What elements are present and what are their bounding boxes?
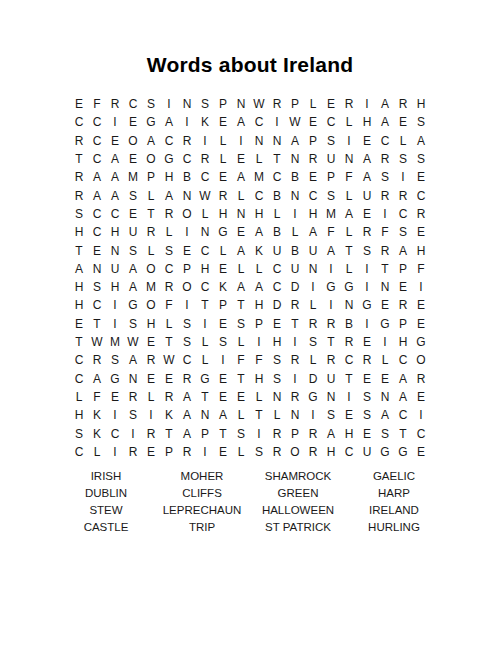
grid-cell[interactable]: U <box>358 443 376 461</box>
grid-cell[interactable]: S <box>358 388 376 406</box>
grid-cell[interactable]: R <box>268 95 286 113</box>
grid-cell[interactable]: C <box>70 351 88 369</box>
grid-cell[interactable]: E <box>358 369 376 387</box>
grid-cell[interactable]: L <box>196 205 214 223</box>
grid-cell[interactable]: A <box>376 406 394 424</box>
grid-cell[interactable]: P <box>160 443 178 461</box>
grid-cell[interactable]: A <box>124 351 142 369</box>
grid-cell[interactable]: K <box>214 278 232 296</box>
grid-cell[interactable]: S <box>232 315 250 333</box>
grid-cell[interactable]: O <box>178 205 196 223</box>
grid-cell[interactable]: A <box>412 132 430 150</box>
grid-cell[interactable]: T <box>70 241 88 259</box>
grid-cell[interactable]: L <box>340 260 358 278</box>
grid-cell[interactable]: S <box>322 186 340 204</box>
grid-cell[interactable]: N <box>250 132 268 150</box>
grid-cell[interactable]: N <box>340 150 358 168</box>
grid-cell[interactable]: I <box>340 388 358 406</box>
grid-cell[interactable]: C <box>88 150 106 168</box>
grid-cell[interactable]: N <box>88 260 106 278</box>
grid-cell[interactable]: P <box>178 260 196 278</box>
grid-cell[interactable]: T <box>322 333 340 351</box>
grid-cell[interactable]: N <box>178 95 196 113</box>
grid-cell[interactable]: C <box>394 406 412 424</box>
grid-cell[interactable]: N <box>232 95 250 113</box>
grid-cell[interactable]: H <box>412 95 430 113</box>
grid-cell[interactable]: L <box>232 443 250 461</box>
grid-cell[interactable]: R <box>142 424 160 442</box>
grid-cell[interactable]: W <box>286 113 304 131</box>
grid-cell[interactable]: C <box>196 241 214 259</box>
grid-cell[interactable]: R <box>394 95 412 113</box>
grid-cell[interactable]: N <box>286 186 304 204</box>
word-list-item[interactable]: STEW <box>58 501 154 518</box>
grid-cell[interactable]: P <box>394 315 412 333</box>
grid-cell[interactable]: O <box>124 132 142 150</box>
grid-cell[interactable]: N <box>286 406 304 424</box>
grid-cell[interactable]: U <box>124 223 142 241</box>
grid-cell[interactable]: E <box>232 150 250 168</box>
grid-cell[interactable]: N <box>286 150 304 168</box>
grid-cell[interactable]: R <box>70 132 88 150</box>
grid-cell[interactable]: C <box>178 150 196 168</box>
grid-cell[interactable]: U <box>268 241 286 259</box>
grid-cell[interactable]: E <box>412 315 430 333</box>
grid-cell[interactable]: E <box>358 132 376 150</box>
grid-cell[interactable]: B <box>286 168 304 186</box>
grid-cell[interactable]: W <box>196 186 214 204</box>
grid-cell[interactable]: H <box>322 443 340 461</box>
grid-cell[interactable]: C <box>196 278 214 296</box>
grid-cell[interactable]: M <box>142 278 160 296</box>
grid-cell[interactable]: L <box>340 223 358 241</box>
grid-cell[interactable]: C <box>250 186 268 204</box>
grid-cell[interactable]: C <box>340 351 358 369</box>
grid-cell[interactable]: L <box>232 186 250 204</box>
grid-cell[interactable]: S <box>394 223 412 241</box>
grid-cell[interactable]: B <box>178 168 196 186</box>
grid-cell[interactable]: A <box>88 369 106 387</box>
grid-cell[interactable]: C <box>394 351 412 369</box>
grid-cell[interactable]: E <box>106 388 124 406</box>
grid-cell[interactable]: E <box>214 113 232 131</box>
grid-cell[interactable]: P <box>196 424 214 442</box>
grid-cell[interactable]: E <box>178 241 196 259</box>
grid-cell[interactable]: R <box>178 443 196 461</box>
grid-cell[interactable]: I <box>160 95 178 113</box>
grid-cell[interactable]: F <box>88 95 106 113</box>
grid-cell[interactable]: S <box>160 241 178 259</box>
grid-cell[interactable]: R <box>412 205 430 223</box>
grid-cell[interactable]: W <box>160 351 178 369</box>
grid-cell[interactable]: N <box>124 369 142 387</box>
grid-cell[interactable]: C <box>178 351 196 369</box>
grid-cell[interactable]: C <box>106 205 124 223</box>
grid-cell[interactable]: N <box>304 260 322 278</box>
grid-cell[interactable]: G <box>214 223 232 241</box>
grid-cell[interactable]: A <box>358 150 376 168</box>
grid-cell[interactable]: S <box>196 95 214 113</box>
grid-cell[interactable]: T <box>340 241 358 259</box>
grid-cell[interactable]: I <box>286 333 304 351</box>
grid-cell[interactable]: G <box>376 315 394 333</box>
grid-cell[interactable]: L <box>232 333 250 351</box>
grid-cell[interactable]: R <box>394 186 412 204</box>
grid-cell[interactable]: C <box>268 168 286 186</box>
grid-cell[interactable]: P <box>322 168 340 186</box>
grid-cell[interactable]: H <box>106 278 124 296</box>
grid-cell[interactable]: H <box>160 168 178 186</box>
grid-cell[interactable]: R <box>142 351 160 369</box>
grid-cell[interactable]: S <box>70 205 88 223</box>
grid-cell[interactable]: A <box>88 168 106 186</box>
grid-cell[interactable]: R <box>106 95 124 113</box>
grid-cell[interactable]: A <box>232 168 250 186</box>
grid-cell[interactable]: A <box>358 168 376 186</box>
word-list-item[interactable]: LEPRECHAUN <box>154 501 250 518</box>
grid-cell[interactable]: S <box>88 278 106 296</box>
grid-cell[interactable]: P <box>214 95 232 113</box>
grid-cell[interactable]: O <box>142 296 160 314</box>
grid-cell[interactable]: C <box>88 223 106 241</box>
grid-cell[interactable]: A <box>394 388 412 406</box>
grid-cell[interactable]: L <box>340 113 358 131</box>
grid-cell[interactable]: L <box>88 443 106 461</box>
grid-cell[interactable]: S <box>358 241 376 259</box>
grid-cell[interactable]: L <box>142 388 160 406</box>
grid-cell[interactable]: E <box>412 223 430 241</box>
grid-cell[interactable]: A <box>376 113 394 131</box>
grid-cell[interactable]: A <box>250 278 268 296</box>
grid-cell[interactable]: T <box>196 388 214 406</box>
grid-cell[interactable]: U <box>322 369 340 387</box>
grid-cell[interactable]: A <box>160 113 178 131</box>
grid-cell[interactable]: A <box>178 424 196 442</box>
grid-cell[interactable]: I <box>196 315 214 333</box>
grid-cell[interactable]: E <box>304 168 322 186</box>
grid-cell[interactable]: I <box>394 168 412 186</box>
grid-cell[interactable]: F <box>250 351 268 369</box>
grid-cell[interactable]: R <box>340 95 358 113</box>
word-list-item[interactable]: HALLOWEEN <box>250 501 346 518</box>
grid-cell[interactable]: L <box>340 186 358 204</box>
grid-cell[interactable]: A <box>304 223 322 241</box>
grid-cell[interactable]: R <box>196 150 214 168</box>
word-list-item[interactable]: HURLING <box>346 518 442 535</box>
grid-cell[interactable]: N <box>268 388 286 406</box>
grid-cell[interactable]: L <box>268 205 286 223</box>
grid-cell[interactable]: L <box>214 150 232 168</box>
grid-cell[interactable]: S <box>412 113 430 131</box>
grid-cell[interactable]: G <box>358 296 376 314</box>
grid-cell[interactable]: T <box>286 315 304 333</box>
grid-cell[interactable]: E <box>232 223 250 241</box>
grid-cell[interactable]: O <box>178 278 196 296</box>
grid-cell[interactable]: F <box>88 388 106 406</box>
grid-cell[interactable]: P <box>286 424 304 442</box>
grid-cell[interactable]: E <box>394 113 412 131</box>
grid-cell[interactable]: U <box>322 150 340 168</box>
grid-cell[interactable]: A <box>178 388 196 406</box>
grid-cell[interactable]: A <box>286 132 304 150</box>
grid-cell[interactable]: E <box>70 315 88 333</box>
grid-cell[interactable]: T <box>232 369 250 387</box>
grid-cell[interactable]: L <box>196 333 214 351</box>
grid-cell[interactable]: R <box>376 186 394 204</box>
grid-cell[interactable]: G <box>394 443 412 461</box>
grid-cell[interactable]: C <box>394 205 412 223</box>
grid-cell[interactable]: H <box>70 296 88 314</box>
grid-cell[interactable]: T <box>88 315 106 333</box>
grid-cell[interactable]: H <box>70 406 88 424</box>
grid-cell[interactable]: I <box>412 406 430 424</box>
grid-cell[interactable]: I <box>358 95 376 113</box>
grid-cell[interactable]: F <box>322 223 340 241</box>
grid-cell[interactable]: S <box>394 150 412 168</box>
grid-cell[interactable]: M <box>106 333 124 351</box>
grid-cell[interactable]: H <box>412 241 430 259</box>
grid-cell[interactable]: G <box>124 296 142 314</box>
grid-cell[interactable]: E <box>412 168 430 186</box>
grid-cell[interactable]: R <box>304 443 322 461</box>
grid-cell[interactable]: A <box>394 241 412 259</box>
grid-cell[interactable]: H <box>250 205 268 223</box>
grid-cell[interactable]: T <box>142 205 160 223</box>
grid-cell[interactable]: L <box>160 223 178 241</box>
grid-cell[interactable]: R <box>376 150 394 168</box>
grid-cell[interactable]: R <box>376 241 394 259</box>
grid-cell[interactable]: L <box>142 186 160 204</box>
grid-cell[interactable]: R <box>160 278 178 296</box>
grid-cell[interactable]: L <box>196 351 214 369</box>
grid-cell[interactable]: E <box>214 168 232 186</box>
grid-cell[interactable]: M <box>124 168 142 186</box>
grid-cell[interactable]: S <box>412 150 430 168</box>
grid-cell[interactable]: H <box>304 205 322 223</box>
grid-cell[interactable]: A <box>70 260 88 278</box>
grid-cell[interactable]: C <box>160 132 178 150</box>
grid-cell[interactable]: P <box>286 95 304 113</box>
grid-cell[interactable]: H <box>358 113 376 131</box>
grid-cell[interactable]: I <box>412 278 430 296</box>
grid-cell[interactable]: N <box>196 223 214 241</box>
grid-cell[interactable]: I <box>106 406 124 424</box>
grid-cell[interactable]: I <box>340 132 358 150</box>
grid-cell[interactable]: E <box>214 443 232 461</box>
grid-cell[interactable]: O <box>142 150 160 168</box>
grid-cell[interactable]: G <box>376 443 394 461</box>
grid-cell[interactable]: S <box>124 241 142 259</box>
word-list-item[interactable]: CASTLE <box>58 518 154 535</box>
grid-cell[interactable]: E <box>358 333 376 351</box>
grid-cell[interactable]: R <box>286 296 304 314</box>
grid-cell[interactable]: P <box>394 260 412 278</box>
word-list-item[interactable]: CLIFFS <box>154 484 250 501</box>
grid-cell[interactable]: A <box>178 406 196 424</box>
grid-cell[interactable]: S <box>124 186 142 204</box>
grid-cell[interactable]: B <box>340 315 358 333</box>
word-list-item[interactable]: GAELIC <box>346 467 442 484</box>
grid-cell[interactable]: L <box>250 260 268 278</box>
grid-cell[interactable]: I <box>376 205 394 223</box>
grid-cell[interactable]: I <box>106 315 124 333</box>
grid-cell[interactable]: E <box>412 443 430 461</box>
grid-cell[interactable]: F <box>412 260 430 278</box>
grid-cell[interactable]: G <box>142 113 160 131</box>
grid-cell[interactable]: I <box>250 424 268 442</box>
grid-cell[interactable]: L <box>250 388 268 406</box>
grid-cell[interactable]: E <box>394 278 412 296</box>
grid-cell[interactable]: U <box>358 186 376 204</box>
grid-cell[interactable]: A <box>106 186 124 204</box>
grid-cell[interactable]: E <box>214 369 232 387</box>
grid-cell[interactable]: R <box>268 424 286 442</box>
grid-cell[interactable]: I <box>178 113 196 131</box>
grid-cell[interactable]: C <box>250 113 268 131</box>
grid-cell[interactable]: I <box>286 205 304 223</box>
grid-cell[interactable]: S <box>214 333 232 351</box>
grid-cell[interactable]: N <box>340 296 358 314</box>
word-list-item[interactable]: GREEN <box>250 484 346 501</box>
grid-cell[interactable]: C <box>88 113 106 131</box>
grid-cell[interactable]: T <box>376 260 394 278</box>
grid-cell[interactable]: S <box>142 95 160 113</box>
grid-cell[interactable]: S <box>70 424 88 442</box>
grid-cell[interactable]: O <box>142 260 160 278</box>
grid-cell[interactable]: E <box>214 388 232 406</box>
grid-cell[interactable]: C <box>412 186 430 204</box>
grid-cell[interactable]: K <box>196 113 214 131</box>
grid-cell[interactable]: H <box>214 205 232 223</box>
word-list-item[interactable]: TRIP <box>154 518 250 535</box>
grid-cell[interactable]: E <box>88 241 106 259</box>
grid-cell[interactable]: R <box>160 388 178 406</box>
grid-cell[interactable]: I <box>250 333 268 351</box>
grid-cell[interactable]: H <box>142 315 160 333</box>
grid-cell[interactable]: I <box>106 113 124 131</box>
grid-cell[interactable]: R <box>286 388 304 406</box>
grid-cell[interactable]: I <box>286 369 304 387</box>
grid-cell[interactable]: S <box>124 406 142 424</box>
grid-cell[interactable]: T <box>394 424 412 442</box>
grid-cell[interactable]: R <box>286 351 304 369</box>
grid-cell[interactable]: R <box>88 351 106 369</box>
grid-cell[interactable]: G <box>160 150 178 168</box>
grid-cell[interactable]: K <box>160 406 178 424</box>
grid-cell[interactable]: A <box>232 278 250 296</box>
grid-cell[interactable]: G <box>412 333 430 351</box>
grid-cell[interactable]: A <box>214 406 232 424</box>
grid-cell[interactable]: S <box>268 369 286 387</box>
grid-cell[interactable]: F <box>340 168 358 186</box>
grid-cell[interactable]: B <box>268 223 286 241</box>
grid-cell[interactable]: C <box>268 278 286 296</box>
grid-cell[interactable]: I <box>196 443 214 461</box>
grid-cell[interactable]: C <box>88 132 106 150</box>
grid-cell[interactable]: A <box>160 186 178 204</box>
grid-cell[interactable]: L <box>232 406 250 424</box>
grid-cell[interactable]: T <box>160 424 178 442</box>
grid-cell[interactable]: L <box>70 388 88 406</box>
grid-cell[interactable]: R <box>304 150 322 168</box>
grid-cell[interactable]: T <box>232 296 250 314</box>
grid-cell[interactable]: A <box>322 241 340 259</box>
grid-cell[interactable]: H <box>70 223 88 241</box>
grid-cell[interactable]: F <box>160 296 178 314</box>
grid-cell[interactable]: E <box>340 406 358 424</box>
grid-cell[interactable]: L <box>304 95 322 113</box>
grid-cell[interactable]: W <box>250 95 268 113</box>
grid-cell[interactable]: A <box>232 113 250 131</box>
grid-cell[interactable]: E <box>268 315 286 333</box>
grid-cell[interactable]: R <box>394 296 412 314</box>
grid-cell[interactable]: I <box>322 296 340 314</box>
grid-cell[interactable]: N <box>376 278 394 296</box>
grid-cell[interactable]: N <box>178 186 196 204</box>
grid-cell[interactable]: L <box>142 241 160 259</box>
grid-cell[interactable]: R <box>304 315 322 333</box>
grid-cell[interactable]: C <box>88 296 106 314</box>
grid-cell[interactable]: N <box>322 388 340 406</box>
grid-cell[interactable]: S <box>250 443 268 461</box>
grid-cell[interactable]: S <box>322 406 340 424</box>
grid-cell[interactable]: I <box>304 406 322 424</box>
grid-cell[interactable]: G <box>304 388 322 406</box>
grid-cell[interactable]: F <box>232 351 250 369</box>
grid-cell[interactable]: E <box>376 369 394 387</box>
grid-cell[interactable]: K <box>250 241 268 259</box>
grid-cell[interactable]: R <box>70 168 88 186</box>
grid-cell[interactable]: D <box>268 296 286 314</box>
grid-cell[interactable]: T <box>268 150 286 168</box>
grid-cell[interactable]: S <box>106 351 124 369</box>
grid-cell[interactable]: H <box>268 333 286 351</box>
grid-cell[interactable]: R <box>322 351 340 369</box>
grid-cell[interactable]: U <box>304 241 322 259</box>
grid-cell[interactable]: I <box>124 424 142 442</box>
grid-cell[interactable]: S <box>376 168 394 186</box>
grid-cell[interactable]: E <box>376 296 394 314</box>
grid-cell[interactable]: I <box>268 113 286 131</box>
grid-cell[interactable]: S <box>178 315 196 333</box>
grid-cell[interactable]: G <box>106 369 124 387</box>
grid-cell[interactable]: E <box>70 95 88 113</box>
grid-cell[interactable]: R <box>178 132 196 150</box>
grid-cell[interactable]: C <box>106 424 124 442</box>
grid-cell[interactable]: I <box>376 333 394 351</box>
grid-cell[interactable]: I <box>106 443 124 461</box>
grid-cell[interactable]: L <box>250 150 268 168</box>
grid-cell[interactable]: T <box>70 150 88 168</box>
grid-cell[interactable]: L <box>232 260 250 278</box>
grid-cell[interactable]: G <box>322 278 340 296</box>
grid-cell[interactable]: E <box>124 113 142 131</box>
grid-cell[interactable]: E <box>124 205 142 223</box>
grid-cell[interactable]: O <box>412 351 430 369</box>
grid-cell[interactable]: A <box>250 223 268 241</box>
grid-cell[interactable]: I <box>214 351 232 369</box>
grid-cell[interactable]: A <box>106 150 124 168</box>
word-list-item[interactable]: IRISH <box>58 467 154 484</box>
grid-cell[interactable]: N <box>196 406 214 424</box>
grid-cell[interactable]: R <box>358 351 376 369</box>
grid-cell[interactable]: S <box>322 132 340 150</box>
grid-cell[interactable]: R <box>142 223 160 241</box>
grid-cell[interactable]: H <box>106 223 124 241</box>
grid-cell[interactable]: D <box>304 369 322 387</box>
grid-cell[interactable]: E <box>214 315 232 333</box>
grid-cell[interactable]: T <box>214 424 232 442</box>
